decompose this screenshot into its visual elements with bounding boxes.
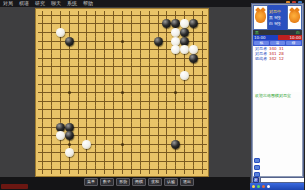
board-point[interactable]: [47, 28, 56, 37]
board-point[interactable]: [189, 54, 198, 63]
board-point[interactable]: [127, 11, 136, 20]
board-point[interactable]: [38, 114, 47, 123]
board-point[interactable]: [65, 63, 74, 72]
board-point[interactable]: [180, 140, 189, 149]
board-point[interactable]: [171, 28, 180, 37]
board-point[interactable]: [189, 114, 198, 123]
board-point[interactable]: [65, 106, 74, 115]
board-point[interactable]: [74, 80, 83, 89]
board-point[interactable]: [118, 63, 127, 72]
board-point[interactable]: [74, 88, 83, 97]
board-point[interactable]: [91, 20, 100, 29]
board-point[interactable]: [154, 88, 163, 97]
board-point[interactable]: [154, 114, 163, 123]
board-point[interactable]: [74, 131, 83, 140]
send-button[interactable]: 发: [253, 177, 259, 183]
board-point[interactable]: [162, 114, 171, 123]
board-point[interactable]: [145, 123, 154, 132]
board-point[interactable]: [109, 166, 118, 175]
board-point[interactable]: [145, 149, 154, 158]
board-point[interactable]: [65, 88, 74, 97]
tray-icon[interactable]: [257, 185, 260, 188]
board-point[interactable]: [198, 131, 207, 140]
board-point[interactable]: [109, 28, 118, 37]
board-point[interactable]: [74, 45, 83, 54]
board-point[interactable]: [56, 97, 65, 106]
board-point[interactable]: [100, 63, 109, 72]
board-point[interactable]: [198, 63, 207, 72]
undo-button[interactable]: 悔棋: [132, 178, 146, 186]
board-point[interactable]: [91, 11, 100, 20]
board-point[interactable]: [38, 54, 47, 63]
board-point[interactable]: [171, 88, 180, 97]
board-point[interactable]: [118, 140, 127, 149]
board-point[interactable]: [56, 131, 65, 140]
board-point[interactable]: [180, 97, 189, 106]
board-point[interactable]: [47, 97, 56, 106]
board-point[interactable]: [91, 97, 100, 106]
board-point[interactable]: [145, 63, 154, 72]
emoticon-icon[interactable]: [254, 158, 260, 163]
board-point[interactable]: [109, 123, 118, 132]
board-point[interactable]: [127, 166, 136, 175]
board-point[interactable]: [56, 71, 65, 80]
board-point[interactable]: [82, 106, 91, 115]
board-point[interactable]: [180, 11, 189, 20]
board-point[interactable]: [154, 157, 163, 166]
board-point[interactable]: [180, 37, 189, 46]
board-point[interactable]: [118, 149, 127, 158]
board-point[interactable]: [91, 157, 100, 166]
board-point[interactable]: [38, 106, 47, 115]
board-point[interactable]: [82, 149, 91, 158]
board-point[interactable]: [65, 45, 74, 54]
board-point[interactable]: [82, 37, 91, 46]
board-point[interactable]: [136, 157, 145, 166]
chat-input[interactable]: [260, 177, 305, 183]
board-point[interactable]: [56, 37, 65, 46]
board-point[interactable]: [145, 11, 154, 20]
board-point[interactable]: [189, 37, 198, 46]
board-point[interactable]: [145, 131, 154, 140]
board-point[interactable]: [47, 149, 56, 158]
board-point[interactable]: [180, 131, 189, 140]
board-point[interactable]: [82, 54, 91, 63]
board-point[interactable]: [127, 106, 136, 115]
board-point[interactable]: [65, 20, 74, 29]
board-point[interactable]: [162, 37, 171, 46]
board-point[interactable]: [82, 71, 91, 80]
board-point[interactable]: [65, 37, 74, 46]
draw-button[interactable]: 求和: [148, 178, 162, 186]
board-point[interactable]: [127, 123, 136, 132]
board-point[interactable]: [100, 131, 109, 140]
board-point[interactable]: [47, 114, 56, 123]
list-item[interactable]: 观战者 342 12: [253, 56, 302, 61]
tray-icon[interactable]: [262, 185, 265, 188]
board-point[interactable]: [171, 166, 180, 175]
board-point[interactable]: [136, 88, 145, 97]
board-point[interactable]: [82, 157, 91, 166]
board-point[interactable]: [198, 71, 207, 80]
taskbar[interactable]: [250, 183, 304, 190]
board-point[interactable]: [100, 106, 109, 115]
board-point[interactable]: [109, 80, 118, 89]
board-point[interactable]: [171, 97, 180, 106]
board-point[interactable]: [91, 54, 100, 63]
board-point[interactable]: [56, 123, 65, 132]
board-point[interactable]: [100, 97, 109, 106]
board-point[interactable]: [145, 88, 154, 97]
board-point[interactable]: [198, 11, 207, 20]
board-point[interactable]: [38, 140, 47, 149]
board-point[interactable]: [127, 140, 136, 149]
board-point[interactable]: [65, 140, 74, 149]
board-point[interactable]: [189, 97, 198, 106]
board-point[interactable]: [38, 63, 47, 72]
board-point[interactable]: [100, 20, 109, 29]
board-point[interactable]: [198, 28, 207, 37]
board-point[interactable]: [189, 123, 198, 132]
board-point[interactable]: [162, 71, 171, 80]
board-point[interactable]: [47, 123, 56, 132]
board-point[interactable]: [154, 123, 163, 132]
estimate-button[interactable]: 形势: [116, 178, 130, 186]
board-point[interactable]: [145, 71, 154, 80]
board-point[interactable]: [154, 97, 163, 106]
board-point[interactable]: [109, 140, 118, 149]
board-point[interactable]: [74, 140, 83, 149]
board-point[interactable]: [189, 71, 198, 80]
board-point[interactable]: [100, 28, 109, 37]
board-point[interactable]: [154, 28, 163, 37]
board-point[interactable]: [180, 28, 189, 37]
board-point[interactable]: [162, 166, 171, 175]
board-point[interactable]: [118, 71, 127, 80]
board-point[interactable]: [74, 166, 83, 175]
board-point[interactable]: [136, 80, 145, 89]
board-point[interactable]: [65, 11, 74, 20]
board-point[interactable]: [56, 20, 65, 29]
board-point[interactable]: [171, 140, 180, 149]
board-point[interactable]: [154, 20, 163, 29]
board-point[interactable]: [145, 97, 154, 106]
board-point[interactable]: [127, 88, 136, 97]
board-point[interactable]: [198, 106, 207, 115]
board-point[interactable]: [47, 11, 56, 20]
board-point[interactable]: [91, 140, 100, 149]
board-point[interactable]: [47, 54, 56, 63]
board-point[interactable]: [180, 71, 189, 80]
board-point[interactable]: [47, 45, 56, 54]
board-point[interactable]: [162, 157, 171, 166]
board-point[interactable]: [82, 45, 91, 54]
board-point[interactable]: [189, 106, 198, 115]
board-point[interactable]: [145, 28, 154, 37]
board-point[interactable]: [56, 54, 65, 63]
board-point[interactable]: [109, 106, 118, 115]
board-point[interactable]: [180, 166, 189, 175]
board-point[interactable]: [189, 149, 198, 158]
board-point[interactable]: [56, 157, 65, 166]
board-point[interactable]: [127, 80, 136, 89]
board-point[interactable]: [171, 80, 180, 89]
board-point[interactable]: [118, 88, 127, 97]
board-point[interactable]: [109, 149, 118, 158]
board-point[interactable]: [162, 11, 171, 20]
board-point[interactable]: [38, 123, 47, 132]
tab-record[interactable]: 谱: [270, 41, 285, 45]
board-point[interactable]: [65, 123, 74, 132]
board-point[interactable]: [82, 63, 91, 72]
board-point[interactable]: [109, 114, 118, 123]
board-point[interactable]: [91, 123, 100, 132]
board-point[interactable]: [189, 11, 198, 20]
board-point[interactable]: [162, 80, 171, 89]
board-point[interactable]: [100, 11, 109, 20]
board-point[interactable]: [180, 149, 189, 158]
board-point[interactable]: [180, 63, 189, 72]
chat-area[interactable]: 欢迎光临围棋对局室: [253, 92, 302, 176]
tab-chat[interactable]: 聊: [286, 41, 301, 45]
board-point[interactable]: [82, 166, 91, 175]
board-point[interactable]: [47, 88, 56, 97]
board-point[interactable]: [180, 123, 189, 132]
board-point[interactable]: [109, 63, 118, 72]
board-point[interactable]: [136, 28, 145, 37]
board-point[interactable]: [154, 106, 163, 115]
board-point[interactable]: [65, 157, 74, 166]
board-point[interactable]: [127, 97, 136, 106]
board-point[interactable]: [154, 166, 163, 175]
board-point[interactable]: [65, 54, 74, 63]
board-point[interactable]: [74, 28, 83, 37]
board-point[interactable]: [171, 123, 180, 132]
board-point[interactable]: [91, 106, 100, 115]
board-point[interactable]: [91, 71, 100, 80]
board-point[interactable]: [118, 80, 127, 89]
board-point[interactable]: [56, 149, 65, 158]
menu-item-duiju[interactable]: 对局: [3, 0, 13, 7]
board-point[interactable]: [118, 11, 127, 20]
board-point[interactable]: [198, 54, 207, 63]
board-point[interactable]: [100, 157, 109, 166]
board-point[interactable]: [162, 106, 171, 115]
board-point[interactable]: [109, 20, 118, 29]
board-point[interactable]: [118, 166, 127, 175]
board-point[interactable]: [189, 140, 198, 149]
board-point[interactable]: [127, 63, 136, 72]
board-point[interactable]: [136, 37, 145, 46]
board-point[interactable]: [74, 97, 83, 106]
board-point[interactable]: [82, 114, 91, 123]
tray-icon[interactable]: [267, 185, 270, 188]
board-point[interactable]: [56, 80, 65, 89]
board-point[interactable]: [47, 63, 56, 72]
board-point[interactable]: [47, 37, 56, 46]
board-point[interactable]: [189, 63, 198, 72]
board-point[interactable]: [136, 140, 145, 149]
board-point[interactable]: [171, 63, 180, 72]
board-point[interactable]: [74, 149, 83, 158]
board-point[interactable]: [82, 20, 91, 29]
menu-button[interactable]: 菜单: [84, 178, 98, 186]
board-point[interactable]: [154, 131, 163, 140]
board-point[interactable]: [118, 28, 127, 37]
board-point[interactable]: [145, 20, 154, 29]
board-point[interactable]: [82, 11, 91, 20]
board-point[interactable]: [109, 157, 118, 166]
board-point[interactable]: [154, 11, 163, 20]
board-point[interactable]: [118, 37, 127, 46]
board-point[interactable]: [162, 63, 171, 72]
board-point[interactable]: [74, 106, 83, 115]
board-point[interactable]: [118, 131, 127, 140]
board-point[interactable]: [74, 114, 83, 123]
board-point[interactable]: [171, 37, 180, 46]
board-point[interactable]: [91, 37, 100, 46]
resign-button[interactable]: 认输: [164, 178, 178, 186]
board-point[interactable]: [100, 166, 109, 175]
board-point[interactable]: [91, 131, 100, 140]
board-point[interactable]: [38, 45, 47, 54]
menu-item-qipu[interactable]: 棋谱: [19, 0, 29, 7]
board-point[interactable]: [145, 80, 154, 89]
board-point[interactable]: [180, 80, 189, 89]
board-point[interactable]: [100, 114, 109, 123]
board-point[interactable]: [162, 88, 171, 97]
board-point[interactable]: [38, 28, 47, 37]
menu-item-liaotian[interactable]: 聊天: [51, 0, 61, 7]
board-point[interactable]: [136, 149, 145, 158]
board-point[interactable]: [118, 54, 127, 63]
board-point[interactable]: [82, 140, 91, 149]
board-point[interactable]: [127, 149, 136, 158]
board-point[interactable]: [180, 157, 189, 166]
board-point[interactable]: [171, 114, 180, 123]
board-point[interactable]: [171, 149, 180, 158]
board-point[interactable]: [38, 149, 47, 158]
menu-item-xitong[interactable]: 系统: [67, 0, 77, 7]
board-point[interactable]: [198, 20, 207, 29]
board-point[interactable]: [180, 114, 189, 123]
board-point[interactable]: [74, 123, 83, 132]
board-point[interactable]: [91, 149, 100, 158]
board-point[interactable]: [38, 157, 47, 166]
board-point[interactable]: [91, 114, 100, 123]
board-point[interactable]: [56, 140, 65, 149]
tray-icon[interactable]: [252, 185, 255, 188]
board-point[interactable]: [198, 140, 207, 149]
board-point[interactable]: [154, 80, 163, 89]
board-point[interactable]: [118, 157, 127, 166]
board-point[interactable]: [38, 166, 47, 175]
board-point[interactable]: [100, 45, 109, 54]
game-info-list[interactable]: 对局者 340 31 对局者 341 28 观战者 342 12: [253, 46, 302, 92]
board-point[interactable]: [127, 37, 136, 46]
board-point[interactable]: [198, 114, 207, 123]
board-point[interactable]: [74, 37, 83, 46]
board-point[interactable]: [154, 71, 163, 80]
board-point[interactable]: [38, 71, 47, 80]
board-point[interactable]: [198, 88, 207, 97]
board-point[interactable]: [162, 28, 171, 37]
board-point[interactable]: [198, 149, 207, 158]
board-point[interactable]: [118, 97, 127, 106]
board-point[interactable]: [189, 131, 198, 140]
board-point[interactable]: [38, 97, 47, 106]
board-point[interactable]: [109, 37, 118, 46]
board-point[interactable]: [127, 157, 136, 166]
board-point[interactable]: [154, 63, 163, 72]
board-point[interactable]: [56, 45, 65, 54]
board-point[interactable]: [180, 20, 189, 29]
board-point[interactable]: [82, 28, 91, 37]
board-point[interactable]: [91, 63, 100, 72]
board-point[interactable]: [109, 54, 118, 63]
board-point[interactable]: [189, 20, 198, 29]
board-point[interactable]: [65, 149, 74, 158]
board-point[interactable]: [109, 71, 118, 80]
board-point[interactable]: [198, 37, 207, 46]
board-point[interactable]: [189, 28, 198, 37]
board-point[interactable]: [145, 166, 154, 175]
board-point[interactable]: [162, 45, 171, 54]
count-button[interactable]: 数子: [100, 178, 114, 186]
board-point[interactable]: [82, 123, 91, 132]
board-point[interactable]: [171, 157, 180, 166]
board-point[interactable]: [100, 123, 109, 132]
board-point[interactable]: [65, 71, 74, 80]
board-point[interactable]: [171, 71, 180, 80]
board-point[interactable]: [82, 88, 91, 97]
board-point[interactable]: [171, 20, 180, 29]
board-point[interactable]: [154, 149, 163, 158]
board-point[interactable]: [127, 20, 136, 29]
board-point[interactable]: [118, 123, 127, 132]
tab-board[interactable]: 棋: [254, 41, 269, 45]
board-point[interactable]: [162, 149, 171, 158]
board-point[interactable]: [154, 54, 163, 63]
board-point[interactable]: [82, 80, 91, 89]
board-point[interactable]: [127, 131, 136, 140]
board-point[interactable]: [198, 45, 207, 54]
board-point[interactable]: [47, 157, 56, 166]
board-point[interactable]: [91, 45, 100, 54]
board-point[interactable]: [82, 97, 91, 106]
board-point[interactable]: [100, 54, 109, 63]
board-point[interactable]: [180, 88, 189, 97]
board-point[interactable]: [171, 54, 180, 63]
board-point[interactable]: [180, 106, 189, 115]
board-point[interactable]: [109, 97, 118, 106]
board-point[interactable]: [74, 11, 83, 20]
board-point[interactable]: [136, 123, 145, 132]
board-point[interactable]: [180, 54, 189, 63]
board-point[interactable]: [154, 45, 163, 54]
board-point[interactable]: [118, 106, 127, 115]
board-point[interactable]: [145, 140, 154, 149]
board-point[interactable]: [136, 97, 145, 106]
board-point[interactable]: [56, 28, 65, 37]
board-point[interactable]: [162, 140, 171, 149]
board-point[interactable]: [136, 63, 145, 72]
board-point[interactable]: [145, 157, 154, 166]
board-point[interactable]: [47, 131, 56, 140]
board-point[interactable]: [109, 131, 118, 140]
board-point[interactable]: [65, 131, 74, 140]
board-point[interactable]: [56, 11, 65, 20]
